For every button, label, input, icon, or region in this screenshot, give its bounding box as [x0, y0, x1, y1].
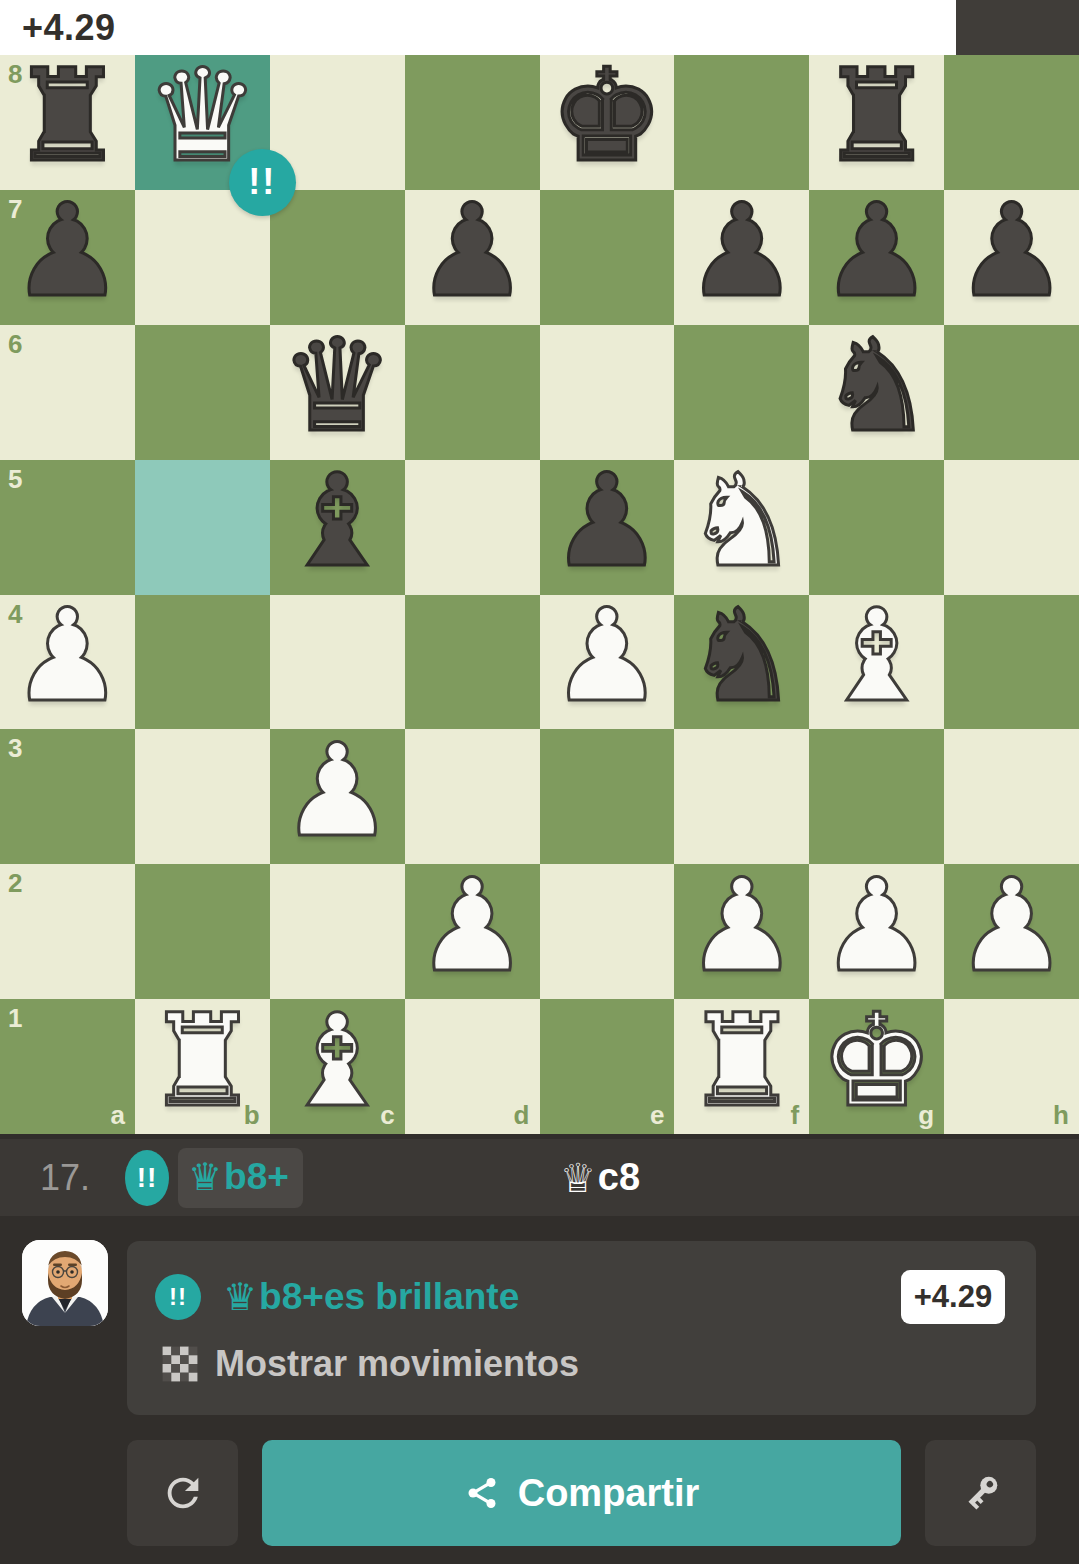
square-a4[interactable]: 4♟	[0, 595, 135, 730]
square-h5[interactable]	[944, 460, 1079, 595]
analysis-screen: +4.29 !! 8♜♛♚♜7♟♟♟♟♟6♛♞5♝♟♞4♟♟♞♝3♟2♟♟♟♟1…	[0, 0, 1079, 1564]
white-bishop-c1[interactable]: ♝	[280, 994, 395, 1128]
action-buttons-row: Compartir	[0, 1440, 1079, 1546]
rank-label-1: 1	[8, 1005, 22, 1031]
brilliant-icon: !!	[155, 1274, 201, 1320]
show-moves-button[interactable]: Mostrar movimientos	[161, 1344, 579, 1384]
avatar-illustration	[22, 1240, 108, 1326]
black-rook-g8[interactable]: ♜	[819, 49, 934, 183]
square-g1[interactable]: g♚	[809, 999, 944, 1134]
queen-icon: ♛	[188, 1155, 222, 1199]
black-knight-g6[interactable]: ♞	[819, 319, 934, 453]
white-pawn-d2[interactable]: ♟	[415, 859, 530, 993]
black-move[interactable]: ♕ c8	[560, 1155, 640, 1201]
file-label-e: e	[650, 1102, 664, 1128]
square-d4[interactable]	[405, 595, 540, 730]
square-d1[interactable]: d	[405, 999, 540, 1134]
square-f1[interactable]: f♜	[674, 999, 809, 1134]
white-pawn-h2[interactable]: ♟	[954, 859, 1069, 993]
square-a3[interactable]: 3	[0, 729, 135, 864]
coach-avatar	[22, 1240, 108, 1326]
square-b1[interactable]: b♜	[135, 999, 270, 1134]
square-b3[interactable]	[135, 729, 270, 864]
comment-move: b8+	[259, 1276, 324, 1318]
white-king-g1[interactable]: ♚	[819, 994, 934, 1128]
square-f3[interactable]	[674, 729, 809, 864]
square-h1[interactable]: h	[944, 999, 1079, 1134]
black-rook-a8[interactable]: ♜	[10, 49, 125, 183]
file-label-d: d	[514, 1102, 530, 1128]
square-f4[interactable]: ♞	[674, 595, 809, 730]
square-f5[interactable]: ♞	[674, 460, 809, 595]
square-b4[interactable]	[135, 595, 270, 730]
square-d6[interactable]	[405, 325, 540, 460]
square-c3[interactable]: ♟	[270, 729, 405, 864]
square-f7[interactable]: ♟	[674, 190, 809, 325]
square-a8[interactable]: 8♜	[0, 55, 135, 190]
black-pawn-d7[interactable]: ♟	[415, 184, 530, 318]
white-bishop-g4[interactable]: ♝	[819, 589, 934, 723]
move-number: 17.	[40, 1157, 90, 1199]
square-c7[interactable]	[270, 190, 405, 325]
square-d5[interactable]	[405, 460, 540, 595]
black-pawn-e5[interactable]: ♟	[550, 454, 665, 588]
chess-board: !! 8♜♛♚♜7♟♟♟♟♟6♛♞5♝♟♞4♟♟♞♝3♟2♟♟♟♟1ab♜c♝d…	[0, 55, 1079, 1134]
black-pawn-f7[interactable]: ♟	[684, 184, 799, 318]
square-g5[interactable]	[809, 460, 944, 595]
square-a7[interactable]: 7♟	[0, 190, 135, 325]
square-g8[interactable]: ♜	[809, 55, 944, 190]
comment-headline-row: !! ♛ b8+ es brillante	[155, 1270, 519, 1324]
white-move-text: b8+	[224, 1156, 289, 1198]
square-e3[interactable]	[540, 729, 675, 864]
square-d8[interactable]	[405, 55, 540, 190]
square-e5[interactable]: ♟	[540, 460, 675, 595]
square-h8[interactable]	[944, 55, 1079, 190]
white-move-badge[interactable]: ♛ b8+	[178, 1148, 303, 1208]
square-f8[interactable]	[674, 55, 809, 190]
white-rook-b1[interactable]: ♜	[145, 994, 260, 1128]
square-e2[interactable]	[540, 864, 675, 999]
square-g3[interactable]	[809, 729, 944, 864]
board-icon	[161, 1345, 199, 1383]
comment-rest: es brillante	[324, 1276, 519, 1318]
black-bishop-c5[interactable]: ♝	[280, 454, 395, 588]
comment-headline: ♛ b8+ es brillante	[223, 1275, 519, 1319]
share-button[interactable]: Compartir	[262, 1440, 901, 1546]
square-c6[interactable]: ♛	[270, 325, 405, 460]
queen-icon: ♛	[223, 1275, 257, 1319]
brilliant-move-badge: !!	[229, 149, 296, 216]
square-f2[interactable]: ♟	[674, 864, 809, 999]
rank-label-5: 5	[8, 466, 22, 492]
square-a1[interactable]: 1a	[0, 999, 135, 1134]
queen-outline-icon: ♕	[560, 1155, 596, 1201]
square-a2[interactable]: 2	[0, 864, 135, 999]
square-c1[interactable]: c♝	[270, 999, 405, 1134]
square-c4[interactable]	[270, 595, 405, 730]
square-e1[interactable]: e	[540, 999, 675, 1134]
square-g7[interactable]: ♟	[809, 190, 944, 325]
share-label: Compartir	[518, 1472, 700, 1515]
show-moves-label: Mostrar movimientos	[215, 1343, 579, 1385]
file-label-a: a	[110, 1102, 124, 1128]
square-g4[interactable]: ♝	[809, 595, 944, 730]
square-c5[interactable]: ♝	[270, 460, 405, 595]
white-pawn-e4[interactable]: ♟	[550, 589, 665, 723]
black-pawn-h7[interactable]: ♟	[954, 184, 1069, 318]
white-knight-f5[interactable]: ♞	[684, 454, 799, 588]
black-knight-f4[interactable]: ♞	[684, 589, 799, 723]
evaluation-badge: +4.29	[901, 1270, 1005, 1324]
square-h4[interactable]	[944, 595, 1079, 730]
evaluation-bar-black-segment	[956, 0, 1079, 55]
black-pawn-g7[interactable]: ♟	[819, 184, 934, 318]
black-king-e8[interactable]: ♚	[550, 49, 665, 183]
move-list-row: 17. !! ♛ b8+ ♕ c8	[0, 1139, 1079, 1216]
coach-panel: !! ♛ b8+ es brillante +4.29	[0, 1216, 1079, 1564]
key-icon	[958, 1470, 1004, 1516]
rank-label-3: 3	[8, 735, 22, 761]
retry-button[interactable]	[127, 1440, 238, 1546]
retry-icon	[160, 1470, 206, 1516]
square-a5[interactable]: 5	[0, 460, 135, 595]
share-icon	[464, 1475, 500, 1511]
square-h6[interactable]	[944, 325, 1079, 460]
white-pawn-c3[interactable]: ♟	[280, 724, 395, 858]
rank-label-2: 2	[8, 870, 22, 896]
white-pawn-f2[interactable]: ♟	[684, 859, 799, 993]
square-a6[interactable]: 6	[0, 325, 135, 460]
square-b5[interactable]	[135, 460, 270, 595]
rank-label-6: 6	[8, 331, 22, 357]
file-label-h: h	[1053, 1102, 1069, 1128]
square-g2[interactable]: ♟	[809, 864, 944, 999]
square-c2[interactable]	[270, 864, 405, 999]
square-b2[interactable]	[135, 864, 270, 999]
square-e6[interactable]	[540, 325, 675, 460]
black-queen-c6[interactable]: ♛	[280, 319, 395, 453]
black-pawn-a7[interactable]: ♟	[10, 184, 125, 318]
white-pawn-a4[interactable]: ♟	[10, 589, 125, 723]
key-button[interactable]	[925, 1440, 1036, 1546]
white-pawn-g2[interactable]: ♟	[819, 859, 934, 993]
black-move-text: c8	[598, 1156, 640, 1199]
square-d2[interactable]: ♟	[405, 864, 540, 999]
square-h7[interactable]: ♟	[944, 190, 1079, 325]
square-d7[interactable]: ♟	[405, 190, 540, 325]
square-h2[interactable]: ♟	[944, 864, 1079, 999]
coach-comment-card: !! ♛ b8+ es brillante +4.29	[127, 1241, 1036, 1415]
square-h3[interactable]	[944, 729, 1079, 864]
square-b6[interactable]	[135, 325, 270, 460]
square-e7[interactable]	[540, 190, 675, 325]
white-rook-f1[interactable]: ♜	[684, 994, 799, 1128]
square-f6[interactable]	[674, 325, 809, 460]
square-d3[interactable]	[405, 729, 540, 864]
square-e4[interactable]: ♟	[540, 595, 675, 730]
square-g6[interactable]: ♞	[809, 325, 944, 460]
brilliant-icon: !!	[125, 1150, 169, 1206]
square-e8[interactable]: ♚	[540, 55, 675, 190]
